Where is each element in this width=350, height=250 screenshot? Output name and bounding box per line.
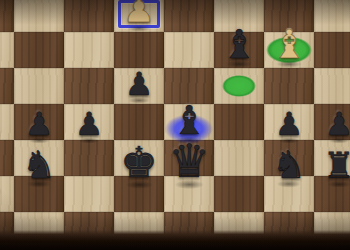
square-h7[interactable]	[314, 0, 350, 32]
move-dot-f5[interactable]	[222, 75, 256, 97]
black-pawn-b4[interactable]: ♟	[25, 108, 54, 140]
square-h6[interactable]	[314, 32, 350, 68]
square-g5[interactable]	[264, 68, 314, 104]
square-c2[interactable]	[64, 176, 114, 212]
square-a6[interactable]	[0, 32, 14, 68]
chess-board: ♚♟♝♝♟♟♟♟♝♟♟♞♚♛♞♜♜	[0, 0, 350, 250]
square-e6[interactable]	[164, 32, 214, 68]
board-frame	[0, 230, 350, 250]
square-f3[interactable]	[214, 140, 264, 176]
square-d6[interactable]	[114, 32, 164, 68]
square-a5[interactable]	[0, 68, 14, 104]
square-a7[interactable]	[0, 0, 14, 32]
black-rook-a2[interactable]: ♜	[0, 184, 5, 220]
square-c5[interactable]	[64, 68, 114, 104]
square-b7[interactable]	[14, 0, 64, 32]
black-king-d3[interactable]: ♚	[120, 142, 158, 184]
square-h5[interactable]	[314, 68, 350, 104]
square-b6[interactable]	[14, 32, 64, 68]
black-pawn-d5[interactable]: ♟	[125, 68, 154, 100]
square-f4[interactable]	[214, 104, 264, 140]
black-queen-e3[interactable]: ♛	[168, 138, 209, 184]
square-b5[interactable]	[14, 68, 64, 104]
square-e7[interactable]	[164, 0, 214, 32]
square-f2[interactable]	[214, 176, 264, 212]
square-c6[interactable]	[64, 32, 114, 68]
black-knight-g3[interactable]: ♞	[272, 146, 306, 184]
black-rook-h3[interactable]: ♜	[323, 148, 350, 184]
black-knight-b3[interactable]: ♞	[22, 146, 56, 184]
white-bishop-g6[interactable]: ♝	[271, 24, 307, 64]
square-c3[interactable]	[64, 140, 114, 176]
white-pawn-d7[interactable]: ♟	[123, 0, 155, 28]
black-pawn-h4[interactable]: ♟	[325, 108, 350, 140]
game-viewport: ♚♟♝♝♟♟♟♟♝♟♟♞♚♛♞♜♜	[0, 0, 350, 250]
black-pawn-a4[interactable]: ♟	[0, 108, 3, 140]
square-c7[interactable]	[64, 0, 114, 32]
black-pawn-g4[interactable]: ♟	[275, 108, 304, 140]
black-bishop-f6[interactable]: ♝	[221, 24, 257, 64]
black-pawn-c4[interactable]: ♟	[75, 108, 104, 140]
square-a3[interactable]	[0, 140, 14, 176]
square-d4[interactable]	[114, 104, 164, 140]
